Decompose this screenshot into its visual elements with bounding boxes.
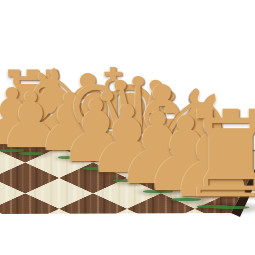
piece-light-rook-8[interactable]: ♜ — [177, 95, 255, 215]
pieces-layer: ♜♞♝♚♛♝♞♜♟♟♟♟♟♟♟♟ — [0, 0, 255, 255]
chess-set-product-photo: ♜♞♝♚♛♝♞♜♟♟♟♟♟♟♟♟ — [0, 0, 255, 255]
